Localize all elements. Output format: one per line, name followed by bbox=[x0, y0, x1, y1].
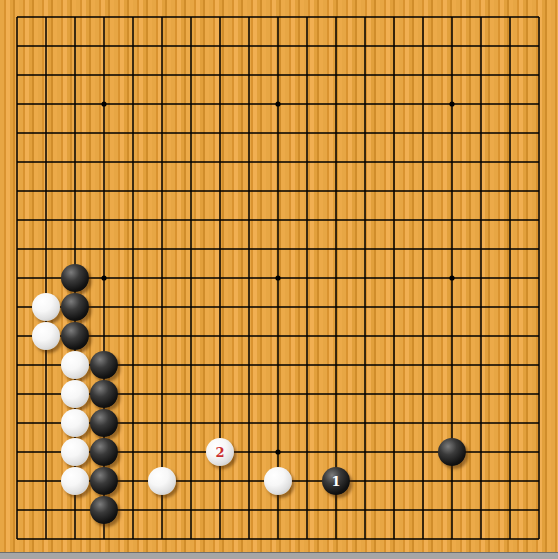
white-stone bbox=[61, 438, 89, 466]
black-stone bbox=[90, 438, 118, 466]
black-stone bbox=[61, 293, 89, 321]
white-stone: 2 bbox=[206, 438, 234, 466]
window-bottom-edge bbox=[0, 552, 558, 559]
black-stone bbox=[90, 409, 118, 437]
white-stone bbox=[32, 293, 60, 321]
white-stone bbox=[61, 467, 89, 495]
black-stone bbox=[61, 264, 89, 292]
black-stone bbox=[90, 496, 118, 524]
white-stone bbox=[32, 322, 60, 350]
black-stone bbox=[438, 438, 466, 466]
move-number-label: 2 bbox=[215, 446, 224, 459]
black-stone bbox=[90, 351, 118, 379]
stones-layer: 21 bbox=[3, 3, 554, 554]
white-stone bbox=[61, 351, 89, 379]
white-stone bbox=[264, 467, 292, 495]
white-stone bbox=[61, 409, 89, 437]
black-stone bbox=[90, 467, 118, 495]
black-stone bbox=[90, 380, 118, 408]
go-app-window: 21 bbox=[0, 0, 558, 559]
black-stone: 1 bbox=[322, 467, 350, 495]
go-board[interactable]: 21 bbox=[0, 0, 558, 552]
black-stone bbox=[61, 322, 89, 350]
move-number-label: 1 bbox=[331, 475, 340, 488]
white-stone bbox=[61, 380, 89, 408]
white-stone bbox=[148, 467, 176, 495]
